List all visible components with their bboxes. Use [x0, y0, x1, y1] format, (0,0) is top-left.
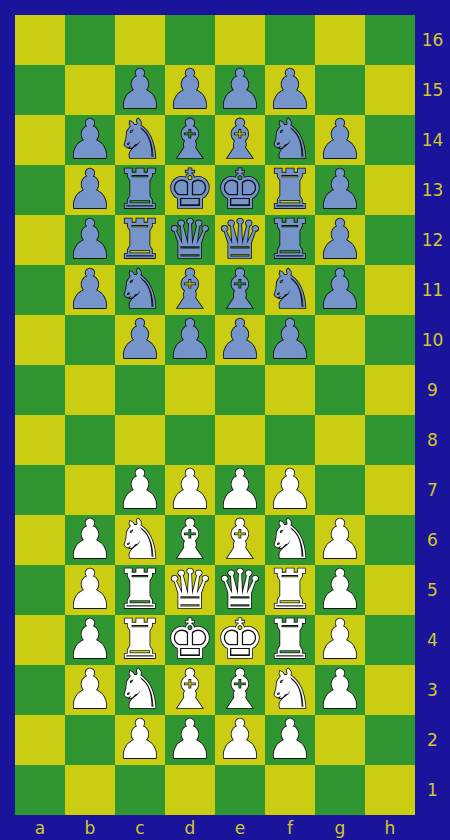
piece-white-pawn-f2[interactable]: ♟ — [266, 715, 314, 765]
square-e1[interactable] — [215, 765, 265, 815]
piece-white-pawn-e2[interactable]: ♟ — [216, 715, 264, 765]
square-a10[interactable] — [15, 315, 65, 365]
rank-label-5: 5 — [415, 565, 450, 615]
square-c1[interactable] — [115, 765, 165, 815]
rank-label-1: 1 — [415, 765, 450, 815]
chess-board: ♟♟♟♟♟♞♝♝♞♟♟♜♚♚♜♟♟♜♛♛♜♟♟♞♝♝♞♟♟♟♟♟♟♟♟♟♟♞♝♝… — [15, 15, 415, 815]
square-h4[interactable] — [365, 615, 415, 665]
file-label-b: b — [65, 815, 115, 840]
piece-blue-pawn-c10[interactable]: ♟ — [116, 315, 164, 365]
square-h12[interactable] — [365, 215, 415, 265]
rank-labels: 16151413121110987654321 — [415, 15, 450, 815]
file-label-d: d — [165, 815, 215, 840]
square-h5[interactable] — [365, 565, 415, 615]
square-b9[interactable] — [65, 365, 115, 415]
file-labels: abcdefgh — [15, 815, 415, 840]
square-h10[interactable] — [365, 315, 415, 365]
rank-label-4: 4 — [415, 615, 450, 665]
file-label-c: c — [115, 815, 165, 840]
square-f9[interactable] — [265, 365, 315, 415]
square-g2[interactable] — [315, 715, 365, 765]
square-d2[interactable]: ♟ — [165, 715, 215, 765]
piece-white-pawn-c2[interactable]: ♟ — [116, 715, 164, 765]
square-h9[interactable] — [365, 365, 415, 415]
square-e10[interactable]: ♟ — [215, 315, 265, 365]
rank-label-16: 16 — [415, 15, 450, 65]
square-g8[interactable] — [315, 415, 365, 465]
square-a14[interactable] — [15, 115, 65, 165]
file-label-g: g — [315, 815, 365, 840]
square-b11[interactable]: ♟ — [65, 265, 115, 315]
square-c9[interactable] — [115, 365, 165, 415]
board-frame: ♟♟♟♟♟♞♝♝♞♟♟♜♚♚♜♟♟♜♛♛♜♟♟♞♝♝♞♟♟♟♟♟♟♟♟♟♟♞♝♝… — [0, 0, 450, 840]
rank-label-7: 7 — [415, 465, 450, 515]
square-a8[interactable] — [15, 415, 65, 465]
square-f1[interactable] — [265, 765, 315, 815]
square-h14[interactable] — [365, 115, 415, 165]
rank-label-6: 6 — [415, 515, 450, 565]
rank-label-14: 14 — [415, 115, 450, 165]
square-g3[interactable]: ♟ — [315, 665, 365, 715]
square-a2[interactable] — [15, 715, 65, 765]
square-b1[interactable] — [65, 765, 115, 815]
square-h11[interactable] — [365, 265, 415, 315]
square-e9[interactable] — [215, 365, 265, 415]
square-h8[interactable] — [365, 415, 415, 465]
square-g16[interactable] — [315, 15, 365, 65]
square-a4[interactable] — [15, 615, 65, 665]
square-g1[interactable] — [315, 765, 365, 815]
file-label-h: h — [365, 815, 415, 840]
rank-label-12: 12 — [415, 215, 450, 265]
piece-blue-pawn-f10[interactable]: ♟ — [266, 315, 314, 365]
square-e2[interactable]: ♟ — [215, 715, 265, 765]
square-h3[interactable] — [365, 665, 415, 715]
square-f10[interactable]: ♟ — [265, 315, 315, 365]
file-label-e: e — [215, 815, 265, 840]
piece-blue-pawn-d10[interactable]: ♟ — [166, 315, 214, 365]
piece-white-pawn-b3[interactable]: ♟ — [66, 665, 114, 715]
rank-label-11: 11 — [415, 265, 450, 315]
square-a12[interactable] — [15, 215, 65, 265]
square-h7[interactable] — [365, 465, 415, 515]
rank-label-2: 2 — [415, 715, 450, 765]
rank-label-10: 10 — [415, 315, 450, 365]
square-h1[interactable] — [365, 765, 415, 815]
rank-label-9: 9 — [415, 365, 450, 415]
square-b10[interactable] — [65, 315, 115, 365]
file-label-f: f — [265, 815, 315, 840]
rank-label-8: 8 — [415, 415, 450, 465]
square-a16[interactable] — [15, 15, 65, 65]
square-d9[interactable] — [165, 365, 215, 415]
square-h15[interactable] — [365, 65, 415, 115]
square-f2[interactable]: ♟ — [265, 715, 315, 765]
square-b16[interactable] — [65, 15, 115, 65]
piece-blue-pawn-g11[interactable]: ♟ — [316, 265, 364, 315]
square-g10[interactable] — [315, 315, 365, 365]
square-a1[interactable] — [15, 765, 65, 815]
square-a3[interactable] — [15, 665, 65, 715]
piece-blue-pawn-b11[interactable]: ♟ — [66, 265, 114, 315]
rank-label-13: 13 — [415, 165, 450, 215]
square-b2[interactable] — [65, 715, 115, 765]
square-a7[interactable] — [15, 465, 65, 515]
piece-blue-pawn-e10[interactable]: ♟ — [216, 315, 264, 365]
square-a6[interactable] — [15, 515, 65, 565]
piece-white-pawn-d2[interactable]: ♟ — [166, 715, 214, 765]
rank-label-3: 3 — [415, 665, 450, 715]
square-a11[interactable] — [15, 265, 65, 315]
square-g9[interactable] — [315, 365, 365, 415]
square-a13[interactable] — [15, 165, 65, 215]
square-c2[interactable]: ♟ — [115, 715, 165, 765]
square-h16[interactable] — [365, 15, 415, 65]
square-b8[interactable] — [65, 415, 115, 465]
square-h13[interactable] — [365, 165, 415, 215]
file-label-a: a — [15, 815, 65, 840]
square-h6[interactable] — [365, 515, 415, 565]
square-d10[interactable]: ♟ — [165, 315, 215, 365]
piece-white-pawn-g3[interactable]: ♟ — [316, 665, 364, 715]
square-c10[interactable]: ♟ — [115, 315, 165, 365]
square-a15[interactable] — [15, 65, 65, 115]
square-a5[interactable] — [15, 565, 65, 615]
square-a9[interactable] — [15, 365, 65, 415]
square-d1[interactable] — [165, 765, 215, 815]
square-b3[interactable]: ♟ — [65, 665, 115, 715]
rank-label-15: 15 — [415, 65, 450, 115]
square-h2[interactable] — [365, 715, 415, 765]
square-g11[interactable]: ♟ — [315, 265, 365, 315]
